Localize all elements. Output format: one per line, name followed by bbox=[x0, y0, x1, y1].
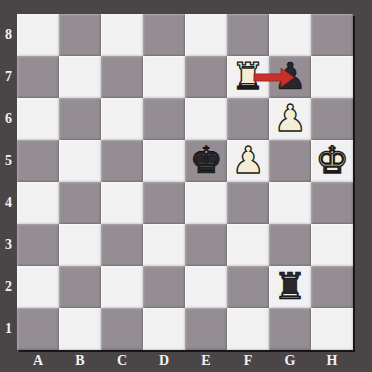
square-c6[interactable] bbox=[101, 98, 143, 140]
square-a1[interactable] bbox=[17, 308, 59, 350]
rank-label-2: 2 bbox=[0, 266, 17, 308]
square-e4[interactable] bbox=[185, 182, 227, 224]
piece-black-pawn-g7[interactable]: ♟ bbox=[273, 56, 306, 98]
square-g2[interactable]: ♜ bbox=[269, 266, 311, 308]
square-c3[interactable] bbox=[101, 224, 143, 266]
file-label-g: G bbox=[269, 352, 311, 370]
square-b8[interactable] bbox=[59, 14, 101, 56]
square-h3[interactable] bbox=[311, 224, 353, 266]
rank-label-6: 6 bbox=[0, 98, 17, 140]
square-g8[interactable] bbox=[269, 14, 311, 56]
square-f2[interactable] bbox=[227, 266, 269, 308]
rank-label-3: 3 bbox=[0, 224, 17, 266]
square-h5[interactable]: ♚ bbox=[311, 140, 353, 182]
square-h8[interactable] bbox=[311, 14, 353, 56]
piece-white-rook-f7[interactable]: ♜ bbox=[231, 56, 264, 98]
square-c8[interactable] bbox=[101, 14, 143, 56]
file-label-e: E bbox=[185, 352, 227, 370]
square-e5[interactable]: ♚ bbox=[185, 140, 227, 182]
square-c7[interactable] bbox=[101, 56, 143, 98]
file-label-c: C bbox=[101, 352, 143, 370]
rank-label-5: 5 bbox=[0, 140, 17, 182]
square-b4[interactable] bbox=[59, 182, 101, 224]
square-c2[interactable] bbox=[101, 266, 143, 308]
piece-black-rook-g2[interactable]: ♜ bbox=[273, 266, 306, 308]
square-d4[interactable] bbox=[143, 182, 185, 224]
square-d5[interactable] bbox=[143, 140, 185, 182]
square-h7[interactable] bbox=[311, 56, 353, 98]
square-h2[interactable] bbox=[311, 266, 353, 308]
square-b6[interactable] bbox=[59, 98, 101, 140]
square-b3[interactable] bbox=[59, 224, 101, 266]
square-f7[interactable]: ♜ bbox=[227, 56, 269, 98]
square-f6[interactable] bbox=[227, 98, 269, 140]
square-g7[interactable]: ♟ bbox=[269, 56, 311, 98]
square-h6[interactable] bbox=[311, 98, 353, 140]
square-a4[interactable] bbox=[17, 182, 59, 224]
square-f1[interactable] bbox=[227, 308, 269, 350]
rank-label-7: 7 bbox=[0, 56, 17, 98]
square-b2[interactable] bbox=[59, 266, 101, 308]
square-g4[interactable] bbox=[269, 182, 311, 224]
piece-white-pawn-f5[interactable]: ♟ bbox=[231, 140, 264, 182]
square-a6[interactable] bbox=[17, 98, 59, 140]
square-d2[interactable] bbox=[143, 266, 185, 308]
file-label-b: B bbox=[59, 352, 101, 370]
file-label-f: F bbox=[227, 352, 269, 370]
square-c1[interactable] bbox=[101, 308, 143, 350]
square-h1[interactable] bbox=[311, 308, 353, 350]
square-b7[interactable] bbox=[59, 56, 101, 98]
rank-label-4: 4 bbox=[0, 182, 17, 224]
square-f5[interactable]: ♟ bbox=[227, 140, 269, 182]
square-e7[interactable] bbox=[185, 56, 227, 98]
square-e1[interactable] bbox=[185, 308, 227, 350]
square-d6[interactable] bbox=[143, 98, 185, 140]
file-label-d: D bbox=[143, 352, 185, 370]
square-c4[interactable] bbox=[101, 182, 143, 224]
square-d3[interactable] bbox=[143, 224, 185, 266]
square-d1[interactable] bbox=[143, 308, 185, 350]
square-a3[interactable] bbox=[17, 224, 59, 266]
square-e3[interactable] bbox=[185, 224, 227, 266]
square-a8[interactable] bbox=[17, 14, 59, 56]
piece-black-king-e5[interactable]: ♚ bbox=[189, 140, 222, 182]
square-g5[interactable] bbox=[269, 140, 311, 182]
square-f3[interactable] bbox=[227, 224, 269, 266]
piece-white-king-h5[interactable]: ♚ bbox=[315, 140, 348, 182]
square-a5[interactable] bbox=[17, 140, 59, 182]
square-e8[interactable] bbox=[185, 14, 227, 56]
square-d7[interactable] bbox=[143, 56, 185, 98]
square-g1[interactable] bbox=[269, 308, 311, 350]
square-b5[interactable] bbox=[59, 140, 101, 182]
square-d8[interactable] bbox=[143, 14, 185, 56]
rank-label-8: 8 bbox=[0, 14, 17, 56]
square-h4[interactable] bbox=[311, 182, 353, 224]
square-e6[interactable] bbox=[185, 98, 227, 140]
square-g6[interactable]: ♟ bbox=[269, 98, 311, 140]
rank-label-1: 1 bbox=[0, 308, 17, 350]
chess-board-window: ♜♟♟♚♟♚♜ 87654321 ABCDEFGH bbox=[0, 0, 372, 372]
square-g3[interactable] bbox=[269, 224, 311, 266]
square-b1[interactable] bbox=[59, 308, 101, 350]
square-a7[interactable] bbox=[17, 56, 59, 98]
file-label-h: H bbox=[311, 352, 353, 370]
square-f4[interactable] bbox=[227, 182, 269, 224]
square-e2[interactable] bbox=[185, 266, 227, 308]
square-a2[interactable] bbox=[17, 266, 59, 308]
square-c5[interactable] bbox=[101, 140, 143, 182]
piece-white-pawn-g6[interactable]: ♟ bbox=[273, 98, 306, 140]
file-label-a: A bbox=[17, 352, 59, 370]
square-f8[interactable] bbox=[227, 14, 269, 56]
chess-board[interactable]: ♜♟♟♚♟♚♜ bbox=[17, 14, 353, 350]
